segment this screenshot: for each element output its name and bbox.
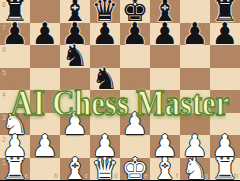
rank-label-5: 5 xyxy=(2,69,6,76)
piece-white-bishop-f1[interactable]: ♝ xyxy=(150,158,180,181)
piece-black-pawn-e7[interactable]: ♟ xyxy=(120,23,150,46)
piece-black-pawn-f7[interactable]: ♟ xyxy=(150,23,180,46)
piece-white-knight-g1[interactable]: ♞ xyxy=(180,158,210,181)
piece-black-pawn-d7[interactable]: ♟ xyxy=(90,23,120,46)
piece-white-bishop-c1[interactable]: ♝ xyxy=(60,158,90,181)
rank-label-4: 4 xyxy=(2,91,6,98)
game-title-banner: AI Chess Master xyxy=(16,84,225,124)
piece-white-pawn-b2[interactable]: ♟ xyxy=(30,135,60,158)
piece-black-pawn-b7[interactable]: ♟ xyxy=(30,23,60,46)
piece-black-pawn-g7[interactable]: ♟ xyxy=(180,23,210,46)
piece-white-queen-d1[interactable]: ♛ xyxy=(90,158,120,181)
game-thumbnail: 87654321abcdefgh ♜♝♛♚♝♜♟♟♟♟♟♟♟♟♞♞♞♟♟♟♟♟♟… xyxy=(0,0,240,180)
file-label-b: b xyxy=(54,172,58,179)
piece-white-king-e1[interactable]: ♚ xyxy=(120,158,150,181)
piece-white-rook-h1[interactable]: ♜ xyxy=(210,158,240,181)
piece-white-rook-a1[interactable]: ♜ xyxy=(0,158,30,181)
piece-black-pawn-h7[interactable]: ♟ xyxy=(210,23,240,46)
piece-black-knight-c6[interactable]: ♞ xyxy=(60,45,90,68)
piece-black-pawn-a7[interactable]: ♟ xyxy=(0,23,30,46)
